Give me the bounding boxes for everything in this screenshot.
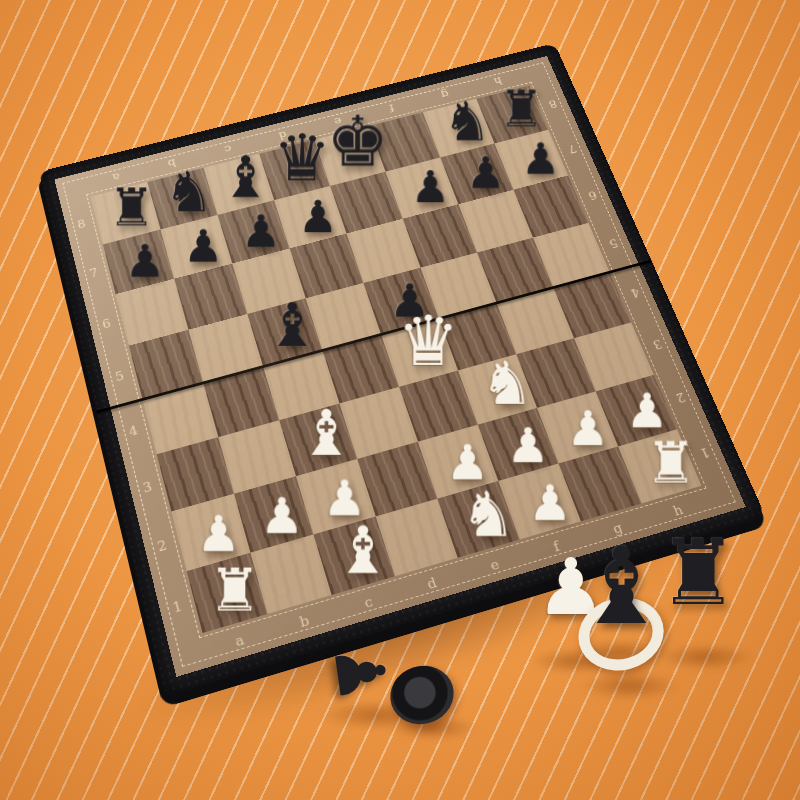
product-photo-stage: abcdefgh8♜♞♝♛♚♞♜87♟♟♟♟♟♟♟7665♝♟54♛43♝♞32… <box>0 0 800 800</box>
black-bishop-table-shadow <box>580 672 680 700</box>
black-rook-table-shadow <box>658 644 754 670</box>
black-bishop-table: ♝ <box>574 534 669 640</box>
loose-pieces-on-table: ♟♝♜♟ <box>0 0 800 800</box>
black-rook-table: ♜ <box>658 528 739 618</box>
black-pawn-fallen: ♟ <box>323 639 397 707</box>
